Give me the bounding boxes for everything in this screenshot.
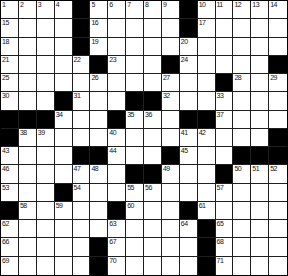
white-cell[interactable]: 52 (269, 165, 287, 183)
clue-number: 10 (199, 1, 206, 9)
white-cell[interactable] (162, 202, 180, 220)
white-cell[interactable] (108, 19, 126, 37)
white-cell[interactable]: 69 (1, 257, 19, 275)
white-cell[interactable]: 12 (233, 1, 251, 19)
clue-number: 53 (2, 184, 9, 192)
white-cell[interactable] (198, 147, 216, 165)
white-cell[interactable]: 50 (233, 165, 251, 183)
white-cell[interactable] (216, 147, 234, 165)
clue-number: 46 (2, 165, 9, 173)
white-cell[interactable] (251, 19, 269, 37)
white-cell[interactable] (144, 238, 162, 256)
white-cell[interactable]: 43 (1, 147, 19, 165)
white-cell[interactable] (73, 238, 91, 256)
white-cell[interactable] (37, 238, 55, 256)
white-cell[interactable]: 51 (251, 165, 269, 183)
clue-number: 45 (181, 147, 188, 155)
white-cell[interactable]: 29 (269, 74, 287, 92)
clue-number: 27 (163, 74, 170, 82)
white-cell[interactable] (162, 257, 180, 275)
clue-number: 38 (20, 129, 27, 137)
white-cell[interactable] (73, 74, 91, 92)
white-cell[interactable] (180, 184, 198, 202)
white-cell[interactable]: 26 (90, 74, 108, 92)
white-cell[interactable] (233, 129, 251, 147)
white-cell[interactable]: 67 (108, 238, 126, 256)
white-cell[interactable]: 32 (162, 92, 180, 110)
white-cell[interactable]: 10 (198, 1, 216, 19)
black-cell (73, 19, 91, 37)
clue-number: 54 (74, 184, 81, 192)
white-cell[interactable] (144, 129, 162, 147)
black-cell (269, 56, 287, 74)
white-cell[interactable] (126, 129, 144, 147)
clue-number: 8 (145, 1, 148, 9)
clue-number: 23 (109, 56, 116, 64)
white-cell[interactable] (162, 184, 180, 202)
white-cell[interactable] (126, 38, 144, 56)
white-cell[interactable]: 60 (126, 202, 144, 220)
white-cell[interactable]: 49 (162, 165, 180, 183)
white-cell[interactable] (198, 38, 216, 56)
white-cell[interactable] (251, 238, 269, 256)
white-cell[interactable]: 27 (162, 74, 180, 92)
white-cell[interactable]: 7 (126, 1, 144, 19)
white-cell[interactable]: 14 (269, 1, 287, 19)
black-cell (37, 111, 55, 129)
clue-number: 35 (127, 111, 134, 119)
white-cell[interactable] (90, 111, 108, 129)
white-cell[interactable] (73, 220, 91, 238)
white-cell[interactable] (251, 38, 269, 56)
white-cell[interactable] (55, 165, 73, 183)
white-cell[interactable] (37, 184, 55, 202)
white-cell[interactable] (37, 147, 55, 165)
white-cell[interactable]: 48 (90, 165, 108, 183)
clue-number: 65 (217, 220, 224, 228)
white-cell[interactable] (233, 38, 251, 56)
white-cell[interactable]: 5 (90, 1, 108, 19)
black-cell (55, 184, 73, 202)
white-cell[interactable]: 4 (55, 1, 73, 19)
white-cell[interactable]: 36 (144, 111, 162, 129)
white-cell[interactable] (144, 257, 162, 275)
white-cell[interactable] (251, 202, 269, 220)
white-cell[interactable] (251, 111, 269, 129)
white-cell[interactable]: 16 (90, 19, 108, 37)
white-cell[interactable] (269, 238, 287, 256)
black-cell (269, 147, 287, 165)
black-cell (180, 202, 198, 220)
white-cell[interactable] (108, 165, 126, 183)
white-cell[interactable] (19, 38, 37, 56)
clue-number: 34 (56, 111, 63, 119)
white-cell[interactable] (251, 220, 269, 238)
white-cell[interactable] (216, 129, 234, 147)
white-cell[interactable] (233, 92, 251, 110)
white-cell[interactable] (269, 19, 287, 37)
black-cell (198, 238, 216, 256)
clue-number: 1 (2, 1, 5, 9)
clue-number: 26 (91, 74, 98, 82)
black-cell (198, 257, 216, 275)
white-cell[interactable] (37, 92, 55, 110)
white-cell[interactable] (180, 165, 198, 183)
black-cell (73, 1, 91, 19)
white-cell[interactable] (37, 257, 55, 275)
white-cell[interactable] (233, 111, 251, 129)
white-cell[interactable] (180, 74, 198, 92)
white-cell[interactable]: 35 (126, 111, 144, 129)
clue-number: 3 (38, 1, 41, 9)
clue-number: 58 (20, 202, 27, 210)
white-cell[interactable]: 54 (73, 184, 91, 202)
white-cell[interactable] (144, 147, 162, 165)
clue-number: 42 (199, 129, 206, 137)
white-cell[interactable] (55, 220, 73, 238)
white-cell[interactable] (19, 92, 37, 110)
black-cell (108, 111, 126, 129)
white-cell[interactable] (55, 74, 73, 92)
clue-number: 20 (181, 38, 188, 46)
white-cell[interactable] (162, 129, 180, 147)
white-cell[interactable] (19, 56, 37, 74)
white-cell[interactable] (37, 202, 55, 220)
white-cell[interactable] (251, 129, 269, 147)
white-cell[interactable]: 33 (216, 92, 234, 110)
white-cell[interactable]: 65 (216, 220, 234, 238)
white-cell[interactable] (19, 19, 37, 37)
clue-number: 5 (91, 1, 94, 9)
white-cell[interactable]: 57 (216, 184, 234, 202)
white-cell[interactable]: 3 (37, 1, 55, 19)
white-cell[interactable]: 59 (55, 202, 73, 220)
white-cell[interactable] (108, 92, 126, 110)
clue-number: 13 (252, 1, 259, 9)
black-cell (180, 111, 198, 129)
white-cell[interactable] (180, 92, 198, 110)
white-cell[interactable]: 53 (1, 184, 19, 202)
clue-number: 18 (2, 38, 9, 46)
clue-number: 36 (145, 111, 152, 119)
white-cell[interactable] (162, 220, 180, 238)
white-cell[interactable]: 47 (73, 165, 91, 183)
clue-number: 43 (2, 147, 9, 155)
black-cell (90, 238, 108, 256)
white-cell[interactable] (55, 238, 73, 256)
white-cell[interactable] (126, 147, 144, 165)
white-cell[interactable] (144, 202, 162, 220)
white-cell[interactable] (126, 19, 144, 37)
white-cell[interactable] (144, 38, 162, 56)
white-cell[interactable]: 11 (216, 1, 234, 19)
white-cell[interactable]: 61 (198, 202, 216, 220)
white-cell[interactable] (108, 74, 126, 92)
crossword-grid: 1234567891011121314151617181920212223242… (0, 0, 288, 276)
black-cell (90, 257, 108, 275)
clue-number: 29 (270, 74, 277, 82)
white-cell[interactable]: 21 (1, 56, 19, 74)
white-cell[interactable]: 18 (1, 38, 19, 56)
clue-number: 51 (252, 165, 259, 173)
clue-number: 24 (181, 56, 188, 64)
white-cell[interactable] (251, 92, 269, 110)
white-cell[interactable] (55, 19, 73, 37)
clue-number: 40 (109, 129, 116, 137)
white-cell[interactable] (90, 220, 108, 238)
clue-number: 11 (217, 1, 223, 9)
white-cell[interactable]: 37 (216, 111, 234, 129)
clue-number: 41 (181, 129, 188, 137)
white-cell[interactable]: 66 (1, 238, 19, 256)
white-cell[interactable] (37, 220, 55, 238)
white-cell[interactable] (144, 19, 162, 37)
clue-number: 49 (163, 165, 170, 173)
white-cell[interactable] (251, 56, 269, 74)
white-cell[interactable] (19, 165, 37, 183)
black-cell (180, 19, 198, 37)
black-cell (126, 165, 144, 183)
white-cell[interactable] (37, 165, 55, 183)
white-cell[interactable]: 28 (233, 74, 251, 92)
clue-number: 21 (2, 56, 9, 64)
white-cell[interactable] (55, 257, 73, 275)
clue-number: 57 (217, 184, 224, 192)
white-cell[interactable] (55, 56, 73, 74)
black-cell (144, 165, 162, 183)
white-cell[interactable] (269, 220, 287, 238)
white-cell[interactable]: 39 (37, 129, 55, 147)
white-cell[interactable] (233, 19, 251, 37)
white-cell[interactable]: 23 (108, 56, 126, 74)
white-cell[interactable] (37, 56, 55, 74)
white-cell[interactable]: 62 (1, 220, 19, 238)
white-cell[interactable] (19, 147, 37, 165)
black-cell (126, 92, 144, 110)
white-cell[interactable] (19, 257, 37, 275)
clue-number: 19 (91, 38, 98, 46)
white-cell[interactable] (162, 38, 180, 56)
white-cell[interactable]: 71 (216, 257, 234, 275)
white-cell[interactable] (180, 257, 198, 275)
white-cell[interactable] (108, 38, 126, 56)
white-cell[interactable] (269, 202, 287, 220)
clue-number: 63 (109, 220, 116, 228)
clue-number: 48 (91, 165, 98, 173)
white-cell[interactable]: 30 (1, 92, 19, 110)
white-cell[interactable]: 1 (1, 1, 19, 19)
white-cell[interactable] (126, 257, 144, 275)
white-cell[interactable] (162, 19, 180, 37)
white-cell[interactable] (198, 74, 216, 92)
white-cell[interactable]: 31 (73, 92, 91, 110)
clue-number: 31 (74, 92, 81, 100)
clue-number: 50 (234, 165, 241, 173)
white-cell[interactable] (90, 129, 108, 147)
white-cell[interactable] (90, 202, 108, 220)
white-cell[interactable] (269, 38, 287, 56)
clue-number: 17 (199, 19, 206, 27)
white-cell[interactable] (73, 202, 91, 220)
white-cell[interactable] (126, 220, 144, 238)
white-cell[interactable] (233, 220, 251, 238)
white-cell[interactable] (251, 184, 269, 202)
white-cell[interactable]: 41 (180, 129, 198, 147)
black-cell (251, 147, 269, 165)
clue-number: 66 (2, 238, 9, 246)
white-cell[interactable]: 17 (198, 19, 216, 37)
white-cell[interactable]: 68 (216, 238, 234, 256)
clue-number: 28 (234, 74, 241, 82)
white-cell[interactable] (198, 92, 216, 110)
black-cell (162, 147, 180, 165)
white-cell[interactable] (251, 74, 269, 92)
white-cell[interactable]: 40 (108, 129, 126, 147)
white-cell[interactable]: 55 (126, 184, 144, 202)
white-cell[interactable]: 46 (1, 165, 19, 183)
white-cell[interactable] (233, 184, 251, 202)
black-cell (55, 92, 73, 110)
white-cell[interactable] (162, 111, 180, 129)
black-cell (216, 165, 234, 183)
white-cell[interactable]: 56 (144, 184, 162, 202)
white-cell[interactable] (216, 38, 234, 56)
white-cell[interactable] (269, 92, 287, 110)
clue-number: 47 (74, 165, 81, 173)
black-cell (90, 147, 108, 165)
white-cell[interactable] (73, 257, 91, 275)
clue-number: 44 (109, 147, 116, 155)
clue-number: 39 (38, 129, 45, 137)
white-cell[interactable] (19, 238, 37, 256)
white-cell[interactable]: 63 (108, 220, 126, 238)
white-cell[interactable] (198, 184, 216, 202)
white-cell[interactable] (19, 220, 37, 238)
white-cell[interactable]: 9 (162, 1, 180, 19)
white-cell[interactable] (251, 257, 269, 275)
clue-number: 6 (109, 1, 112, 9)
white-cell[interactable]: 34 (55, 111, 73, 129)
white-cell[interactable] (216, 202, 234, 220)
clue-number: 22 (74, 56, 81, 64)
clue-number: 55 (127, 184, 134, 192)
white-cell[interactable] (55, 147, 73, 165)
clue-number: 14 (270, 1, 277, 9)
white-cell[interactable]: 22 (73, 56, 91, 74)
clue-number: 2 (20, 1, 23, 9)
clue-number: 64 (181, 220, 188, 228)
clue-number: 32 (163, 92, 170, 100)
white-cell[interactable]: 45 (180, 147, 198, 165)
white-cell[interactable] (126, 56, 144, 74)
white-cell[interactable] (55, 38, 73, 56)
white-cell[interactable] (144, 220, 162, 238)
white-cell[interactable]: 8 (144, 1, 162, 19)
white-cell[interactable] (233, 238, 251, 256)
white-cell[interactable] (126, 238, 144, 256)
clue-number: 7 (127, 1, 130, 9)
white-cell[interactable] (233, 257, 251, 275)
white-cell[interactable] (55, 129, 73, 147)
clue-number: 25 (2, 74, 9, 82)
white-cell[interactable] (233, 202, 251, 220)
white-cell[interactable]: 24 (180, 56, 198, 74)
white-cell[interactable] (216, 19, 234, 37)
white-cell[interactable]: 38 (19, 129, 37, 147)
clue-number: 37 (217, 111, 224, 119)
black-cell (73, 38, 91, 56)
white-cell[interactable]: 20 (180, 38, 198, 56)
clue-number: 56 (145, 184, 152, 192)
black-cell (216, 74, 234, 92)
white-cell[interactable] (269, 184, 287, 202)
white-cell[interactable] (73, 129, 91, 147)
white-cell[interactable] (19, 184, 37, 202)
clue-number: 4 (56, 1, 59, 9)
white-cell[interactable] (37, 38, 55, 56)
black-cell (198, 220, 216, 238)
white-cell[interactable] (144, 56, 162, 74)
white-cell[interactable]: 44 (108, 147, 126, 165)
black-cell (233, 147, 251, 165)
black-cell (269, 129, 287, 147)
white-cell[interactable]: 64 (180, 220, 198, 238)
white-cell[interactable] (269, 111, 287, 129)
white-cell[interactable]: 15 (1, 19, 19, 37)
clue-number: 61 (199, 202, 206, 210)
white-cell[interactable] (198, 165, 216, 183)
white-cell[interactable] (73, 111, 91, 129)
black-cell (1, 111, 19, 129)
white-cell[interactable] (37, 74, 55, 92)
black-cell (90, 56, 108, 74)
white-cell[interactable] (37, 19, 55, 37)
clue-number: 16 (91, 19, 98, 27)
clue-number: 67 (109, 238, 116, 246)
clue-number: 71 (217, 257, 224, 265)
white-cell[interactable] (216, 56, 234, 74)
white-cell[interactable] (162, 238, 180, 256)
white-cell[interactable]: 42 (198, 129, 216, 147)
black-cell (19, 111, 37, 129)
white-cell[interactable]: 25 (1, 74, 19, 92)
clue-number: 33 (217, 92, 224, 100)
white-cell[interactable]: 13 (251, 1, 269, 19)
black-cell (73, 147, 91, 165)
black-cell (1, 129, 19, 147)
white-cell[interactable] (180, 238, 198, 256)
white-cell[interactable]: 19 (90, 38, 108, 56)
white-cell[interactable]: 58 (19, 202, 37, 220)
white-cell[interactable] (108, 184, 126, 202)
white-cell[interactable] (233, 56, 251, 74)
black-cell (198, 111, 216, 129)
white-cell[interactable] (90, 184, 108, 202)
white-cell[interactable] (90, 92, 108, 110)
clue-number: 68 (217, 238, 224, 246)
white-cell[interactable]: 70 (108, 257, 126, 275)
white-cell[interactable]: 2 (19, 1, 37, 19)
black-cell (144, 92, 162, 110)
black-cell (162, 56, 180, 74)
white-cell[interactable] (269, 257, 287, 275)
white-cell[interactable]: 6 (108, 1, 126, 19)
white-cell[interactable] (126, 74, 144, 92)
white-cell[interactable] (144, 74, 162, 92)
white-cell[interactable] (19, 74, 37, 92)
clue-number: 15 (2, 19, 9, 27)
white-cell[interactable] (198, 56, 216, 74)
